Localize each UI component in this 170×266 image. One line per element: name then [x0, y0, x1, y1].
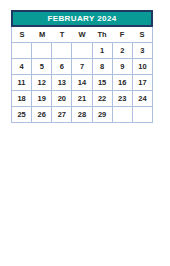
month-calendar: FEBRUARY 2024 SMTWThFS 12345678910111213… — [11, 10, 153, 123]
date-cell-11: 11 — [12, 75, 32, 91]
date-cell-empty — [133, 107, 153, 123]
date-grid: 1234567891011121314151617181920212223242… — [11, 42, 153, 123]
weekday-label-S: S — [12, 27, 32, 42]
weekday-label-W: W — [72, 27, 92, 42]
date-cell-empty — [32, 43, 52, 59]
weekday-label-F: F — [112, 27, 132, 42]
date-cell-5: 5 — [32, 59, 52, 75]
date-cell-empty — [72, 43, 92, 59]
date-cell-17: 17 — [133, 75, 153, 91]
date-cell-15: 15 — [93, 75, 113, 91]
date-cell-21: 21 — [72, 91, 92, 107]
calendar-title: FEBRUARY 2024 — [47, 14, 116, 22]
date-cell-22: 22 — [93, 91, 113, 107]
date-cell-18: 18 — [12, 91, 32, 107]
date-cell-7: 7 — [72, 59, 92, 75]
date-cell-24: 24 — [133, 91, 153, 107]
date-cell-26: 26 — [32, 107, 52, 123]
date-cell-14: 14 — [72, 75, 92, 91]
date-cell-16: 16 — [113, 75, 133, 91]
date-cell-2: 2 — [113, 43, 133, 59]
date-cell-1: 1 — [93, 43, 113, 59]
date-cell-12: 12 — [32, 75, 52, 91]
calendar-header: FEBRUARY 2024 — [11, 10, 153, 27]
weekday-row: SMTWThFS — [11, 27, 153, 42]
date-cell-19: 19 — [32, 91, 52, 107]
date-cell-6: 6 — [52, 59, 72, 75]
date-cell-29: 29 — [93, 107, 113, 123]
date-cell-28: 28 — [72, 107, 92, 123]
date-cell-8: 8 — [93, 59, 113, 75]
date-cell-empty — [12, 43, 32, 59]
date-cell-10: 10 — [133, 59, 153, 75]
date-cell-empty — [52, 43, 72, 59]
weekday-label-M: M — [32, 27, 52, 42]
weekday-label-Th: Th — [92, 27, 112, 42]
date-cell-4: 4 — [12, 59, 32, 75]
date-cell-23: 23 — [113, 91, 133, 107]
date-cell-25: 25 — [12, 107, 32, 123]
date-cell-13: 13 — [52, 75, 72, 91]
date-cell-20: 20 — [52, 91, 72, 107]
date-cell-empty — [113, 107, 133, 123]
date-cell-3: 3 — [133, 43, 153, 59]
date-cell-27: 27 — [52, 107, 72, 123]
date-cell-9: 9 — [113, 59, 133, 75]
weekday-label-S: S — [132, 27, 152, 42]
weekday-label-T: T — [52, 27, 72, 42]
